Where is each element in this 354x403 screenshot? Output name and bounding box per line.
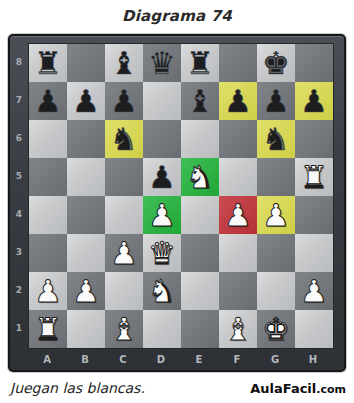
square-c8: ♝ (105, 44, 143, 82)
square-h1 (295, 310, 333, 348)
file-labels: ABCDEFGH (28, 349, 334, 370)
chess-diagram-page: Diagrama 74 87654321 ♜♝♛♜♚♟♟♟♝♟♟♟♞♞♟♞♜♟♟… (0, 0, 354, 403)
square-a8: ♜ (29, 44, 67, 82)
square-b4 (67, 196, 105, 234)
square-a1: ♜ (29, 310, 67, 348)
square-e5: ♞ (181, 158, 219, 196)
square-f6 (219, 120, 257, 158)
square-a2: ♟ (29, 272, 67, 310)
square-e7: ♝ (181, 82, 219, 120)
square-d1 (143, 310, 181, 348)
square-e1 (181, 310, 219, 348)
piece-black-rook: ♜ (34, 44, 62, 82)
square-c4 (105, 196, 143, 234)
square-a5 (29, 158, 67, 196)
square-c2 (105, 272, 143, 310)
square-c1: ♝ (105, 310, 143, 348)
piece-black-pawn: ♟ (224, 82, 252, 120)
rank-label-1: 1 (10, 309, 28, 347)
square-c7: ♟ (105, 82, 143, 120)
square-e4 (181, 196, 219, 234)
file-label-h: H (294, 354, 332, 365)
square-h8 (295, 44, 333, 82)
square-f2 (219, 272, 257, 310)
rank-labels: 87654321 (10, 43, 28, 349)
piece-black-knight: ♞ (110, 120, 138, 158)
square-a3 (29, 234, 67, 272)
file-label-c: C (104, 354, 142, 365)
rank-label-6: 6 (10, 119, 28, 157)
piece-white-queen: ♛ (148, 234, 176, 272)
chess-board: ♜♝♛♜♚♟♟♟♝♟♟♟♞♞♟♞♜♟♟♟♟♛♟♟♞♟♜♝♝♚ (28, 43, 334, 349)
piece-white-bishop: ♝ (224, 310, 252, 348)
square-f1: ♝ (219, 310, 257, 348)
brand-name: AulaFacil (250, 381, 316, 396)
square-a4 (29, 196, 67, 234)
piece-white-pawn: ♟ (72, 272, 100, 310)
square-e3 (181, 234, 219, 272)
file-label-a: A (28, 354, 66, 365)
piece-white-pawn: ♟ (224, 196, 252, 234)
piece-black-pawn: ♟ (148, 158, 176, 196)
piece-black-pawn: ♟ (262, 82, 290, 120)
caption-text: Juegan las blancas. (10, 380, 145, 396)
piece-white-rook: ♜ (34, 310, 62, 348)
square-d2: ♞ (143, 272, 181, 310)
square-g1: ♚ (257, 310, 295, 348)
square-f4: ♟ (219, 196, 257, 234)
piece-black-queen: ♛ (148, 44, 176, 82)
square-g7: ♟ (257, 82, 295, 120)
rank-label-2: 2 (10, 271, 28, 309)
square-c6: ♞ (105, 120, 143, 158)
footer: Juegan las blancas. AulaFacil.com (0, 372, 354, 396)
brand-suffix: .com (316, 383, 346, 396)
square-g8: ♚ (257, 44, 295, 82)
square-e8: ♜ (181, 44, 219, 82)
square-a7: ♟ (29, 82, 67, 120)
square-e6 (181, 120, 219, 158)
square-d3: ♛ (143, 234, 181, 272)
rank-label-5: 5 (10, 157, 28, 195)
piece-black-knight: ♞ (262, 120, 290, 158)
file-label-e: E (180, 354, 218, 365)
square-h4 (295, 196, 333, 234)
rank-label-4: 4 (10, 195, 28, 233)
piece-black-bishop: ♝ (186, 82, 214, 120)
square-d6 (143, 120, 181, 158)
piece-black-rook: ♜ (186, 44, 214, 82)
file-label-f: F (218, 354, 256, 365)
rank-label-3: 3 (10, 233, 28, 271)
square-c3: ♟ (105, 234, 143, 272)
rank-label-7: 7 (10, 81, 28, 119)
square-g5 (257, 158, 295, 196)
square-b8 (67, 44, 105, 82)
piece-white-pawn: ♟ (262, 196, 290, 234)
rank-label-8: 8 (10, 43, 28, 81)
square-f5 (219, 158, 257, 196)
piece-white-pawn: ♟ (34, 272, 62, 310)
square-g2 (257, 272, 295, 310)
square-b1 (67, 310, 105, 348)
square-d7 (143, 82, 181, 120)
page-title: Diagrama 74 (0, 0, 354, 34)
square-b2: ♟ (67, 272, 105, 310)
piece-black-pawn: ♟ (72, 82, 100, 120)
file-label-d: D (142, 354, 180, 365)
chess-board-frame: 87654321 ♜♝♛♜♚♟♟♟♝♟♟♟♞♞♟♞♜♟♟♟♟♛♟♟♞♟♜♝♝♚ … (8, 34, 346, 372)
square-h6 (295, 120, 333, 158)
square-d4: ♟ (143, 196, 181, 234)
square-b5 (67, 158, 105, 196)
square-g4: ♟ (257, 196, 295, 234)
square-f8 (219, 44, 257, 82)
piece-white-pawn: ♟ (148, 196, 176, 234)
square-h5: ♜ (295, 158, 333, 196)
piece-black-pawn: ♟ (34, 82, 62, 120)
piece-white-knight: ♞ (186, 158, 214, 196)
piece-black-bishop: ♝ (110, 44, 138, 82)
piece-white-knight: ♞ (148, 272, 176, 310)
square-e2 (181, 272, 219, 310)
piece-white-king: ♚ (262, 310, 290, 348)
file-label-b: B (66, 354, 104, 365)
square-f3 (219, 234, 257, 272)
square-h2: ♟ (295, 272, 333, 310)
piece-black-king: ♚ (262, 44, 290, 82)
square-b3 (67, 234, 105, 272)
square-b6 (67, 120, 105, 158)
piece-white-pawn: ♟ (300, 272, 328, 310)
brand-logo: AulaFacil.com (250, 381, 346, 396)
square-g3 (257, 234, 295, 272)
square-b7: ♟ (67, 82, 105, 120)
file-label-g: G (256, 354, 294, 365)
piece-white-bishop: ♝ (110, 310, 138, 348)
piece-white-rook: ♜ (300, 158, 328, 196)
square-h7: ♟ (295, 82, 333, 120)
square-d8: ♛ (143, 44, 181, 82)
square-c5 (105, 158, 143, 196)
piece-black-pawn: ♟ (110, 82, 138, 120)
piece-white-pawn: ♟ (110, 234, 138, 272)
square-d5: ♟ (143, 158, 181, 196)
square-a6 (29, 120, 67, 158)
square-f7: ♟ (219, 82, 257, 120)
square-h3 (295, 234, 333, 272)
square-g6: ♞ (257, 120, 295, 158)
piece-black-pawn: ♟ (300, 82, 328, 120)
